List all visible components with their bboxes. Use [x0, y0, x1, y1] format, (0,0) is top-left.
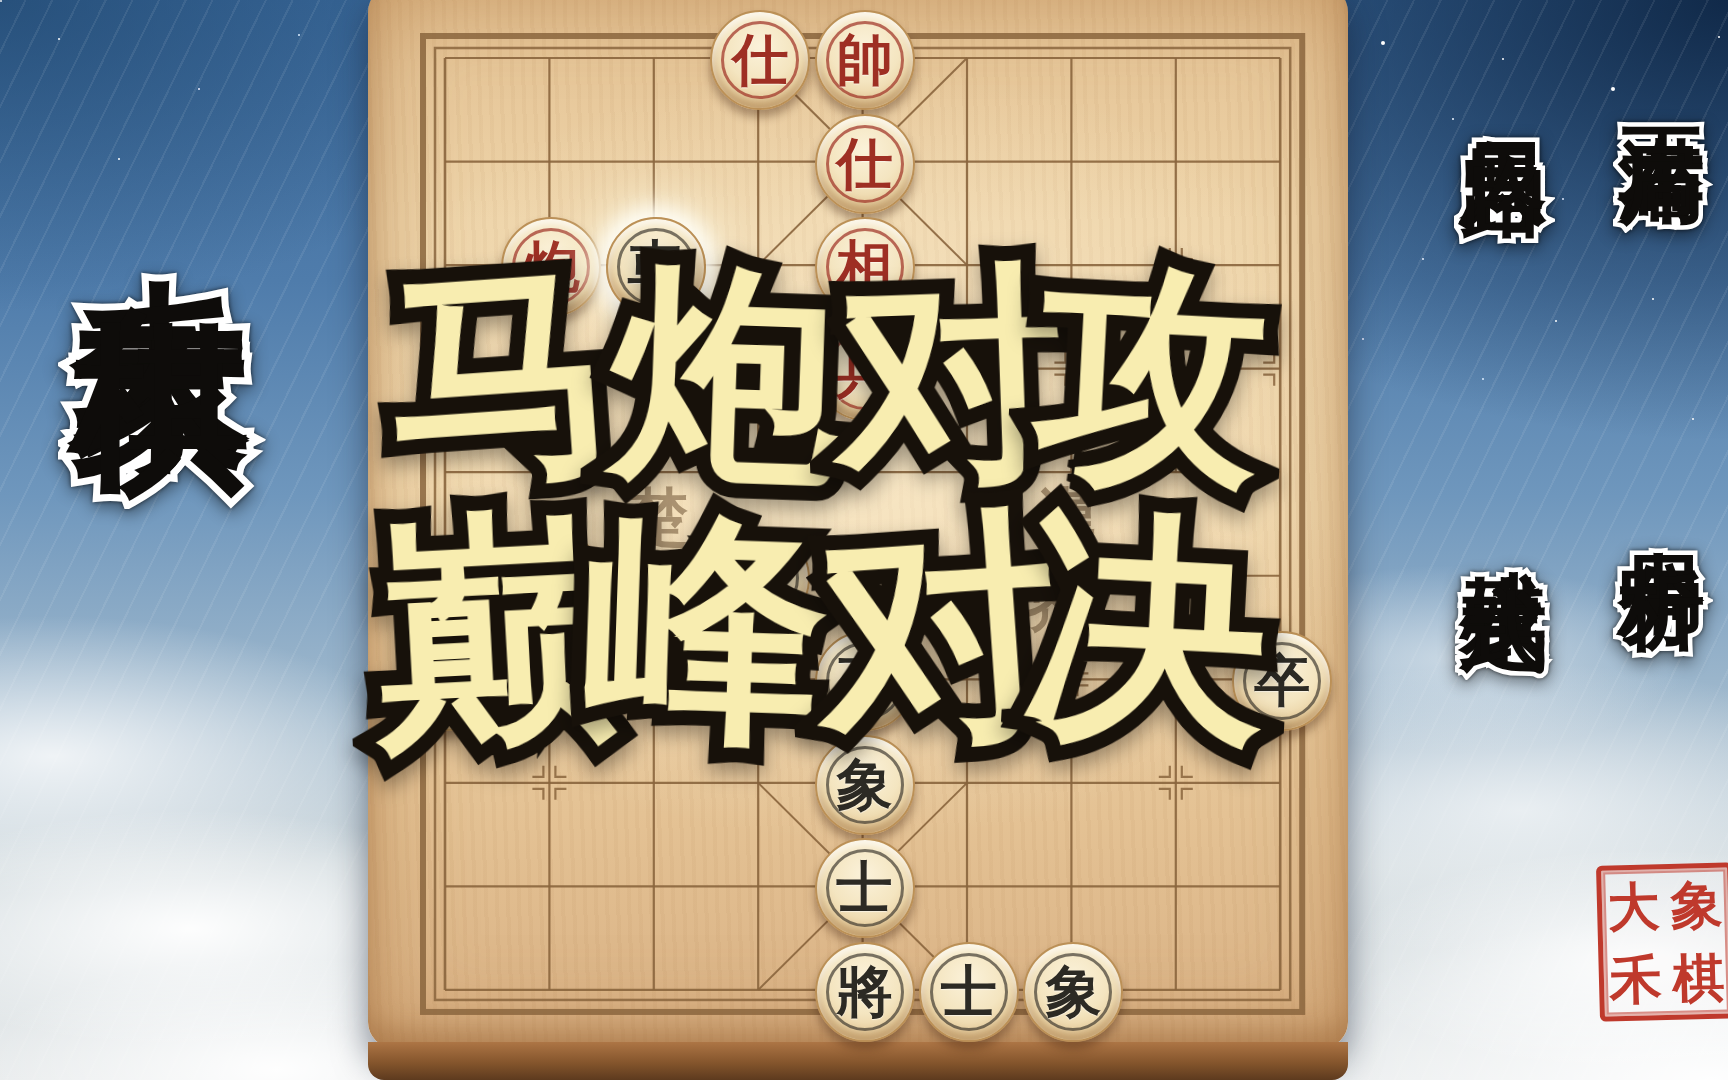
right-col-inner-bottom: 残棋定式残棋定式	[1462, 500, 1548, 524]
piece-red-general[interactable]: 帥	[815, 10, 915, 110]
piece-black-advisor[interactable]: 士	[919, 942, 1019, 1042]
overlay-line1-char: 攻攻	[1031, 255, 1273, 497]
overlay-line1-char: 马马	[379, 253, 624, 498]
seal-char: 棋	[1672, 951, 1725, 1004]
channel-seal: 大象禾棋	[1596, 862, 1728, 1022]
piece-label: 象	[1045, 964, 1101, 1020]
seal-char: 禾	[1609, 953, 1662, 1006]
piece-label: 將	[837, 964, 893, 1020]
piece-red-advisor[interactable]: 仕	[710, 10, 810, 110]
piece-label: 士	[837, 860, 893, 916]
thumbnail-stage: 楚河 漢界 大象禾棋 仕帥仕炮車相兵炮馬卒卒卒象士將士象马马炮炮对对攻攻巅巅峰峰…	[0, 0, 1728, 1080]
overlay-line2-char: 决决	[1020, 503, 1274, 757]
seal-char: 象	[1670, 878, 1723, 931]
board-front-edge	[368, 1042, 1348, 1080]
right-col-inner-top: 入局思路入局思路	[1462, 68, 1548, 92]
piece-label: 帥	[837, 32, 893, 88]
piece-label: 仕	[732, 32, 788, 88]
left-title: 大禾象棋大禾象棋	[72, 132, 252, 188]
piece-label: 士	[941, 964, 997, 1020]
overlay-line2-char: 峰峰	[581, 505, 831, 755]
piece-black-elephant[interactable]: 象	[1023, 942, 1123, 1042]
right-col-outer-bottom: 中局分析中局分析	[1620, 481, 1706, 505]
piece-black-advisor[interactable]: 士	[815, 838, 915, 938]
piece-label: 仕	[837, 136, 893, 192]
piece-black-general[interactable]: 將	[815, 942, 915, 1042]
piece-red-advisor[interactable]: 仕	[815, 114, 915, 214]
right-col-outer-top: 正潜布局正潜布局	[1620, 60, 1706, 84]
stars	[0, 0, 2, 2]
overlay-line1-char: 炮炮	[608, 257, 846, 495]
seal-char: 大	[1607, 880, 1660, 933]
